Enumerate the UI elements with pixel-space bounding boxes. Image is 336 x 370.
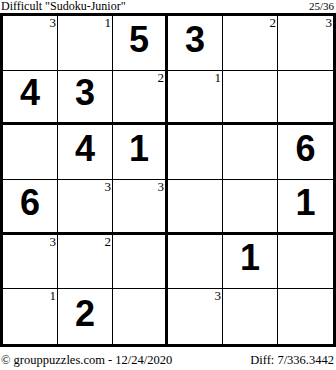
cell-r2c5[interactable] <box>223 71 278 126</box>
cell-r3c5[interactable] <box>223 125 278 180</box>
cell-r2c2[interactable]: 3 <box>58 71 113 126</box>
corner-mark: 3 <box>158 180 165 194</box>
corner-mark: 3 <box>50 16 57 30</box>
copyright-text: © grouppuzzles.com - 12/24/2020 <box>1 353 172 367</box>
cell-value: 3 <box>58 68 112 120</box>
cell-value: 4 <box>3 68 57 120</box>
cell-r5c4[interactable] <box>168 235 223 290</box>
puzzle-counter: 25/36 <box>309 0 334 13</box>
cell-r2c1[interactable]: 4 <box>3 71 58 126</box>
cell-r6c4[interactable]: 3 <box>168 289 223 344</box>
cell-value: 2 <box>58 286 112 341</box>
cell-r1c2[interactable]: 1 <box>58 16 113 71</box>
cell-value: 1 <box>278 177 333 229</box>
cell-r4c1[interactable]: 6 <box>3 180 58 235</box>
sudoku-grid: 31532343214166331321123 <box>0 13 336 347</box>
corner-mark: 3 <box>105 180 112 194</box>
cell-value: 1 <box>113 122 165 176</box>
cell-r6c3[interactable] <box>113 289 168 344</box>
cell-r3c6[interactable]: 6 <box>278 125 333 180</box>
cell-r1c6[interactable]: 3 <box>278 16 333 71</box>
page-title: Difficult "Sudoku-Junior" <box>1 0 126 13</box>
cell-r6c5[interactable] <box>223 289 278 344</box>
cell-r6c6[interactable] <box>278 289 333 344</box>
sudoku-junior-page: Difficult "Sudoku-Junior" 25/36 31532343… <box>0 0 336 370</box>
corner-mark: 2 <box>158 71 165 85</box>
footer: © grouppuzzles.com - 12/24/2020 Diff: 7/… <box>0 349 336 370</box>
cell-value: 5 <box>113 13 165 67</box>
cell-r5c2[interactable]: 2 <box>58 235 113 290</box>
cell-r1c4[interactable]: 3 <box>168 16 223 71</box>
cell-r4c6[interactable]: 1 <box>278 180 333 235</box>
cell-value: 6 <box>278 122 333 176</box>
cell-r5c3[interactable] <box>113 235 168 290</box>
cell-r3c4[interactable] <box>168 125 223 180</box>
corner-mark: 1 <box>215 71 222 85</box>
cell-r4c2[interactable]: 3 <box>58 180 113 235</box>
corner-mark: 3 <box>50 235 57 249</box>
corner-mark: 2 <box>105 235 112 249</box>
cell-r3c3[interactable]: 1 <box>113 125 168 180</box>
cell-r1c1[interactable]: 3 <box>3 16 58 71</box>
cell-r2c6[interactable] <box>278 71 333 126</box>
cell-r4c5[interactable] <box>223 180 278 235</box>
cell-r5c5[interactable]: 1 <box>223 235 278 290</box>
cell-r1c3[interactable]: 5 <box>113 16 168 71</box>
cell-r3c2[interactable]: 4 <box>58 125 113 180</box>
cell-r2c4[interactable]: 1 <box>168 71 223 126</box>
corner-mark: 1 <box>105 16 112 30</box>
corner-mark: 1 <box>50 289 57 303</box>
corner-mark: 3 <box>215 289 222 303</box>
cell-r1c5[interactable]: 2 <box>223 16 278 71</box>
cell-value: 3 <box>168 13 222 67</box>
cell-value: 1 <box>223 232 277 286</box>
cell-r2c3[interactable]: 2 <box>113 71 168 126</box>
cell-r5c1[interactable]: 3 <box>3 235 58 290</box>
cell-r6c1[interactable]: 1 <box>3 289 58 344</box>
cell-value: 6 <box>3 177 57 229</box>
cell-r5c6[interactable] <box>278 235 333 290</box>
cell-r3c1[interactable] <box>3 125 58 180</box>
header: Difficult "Sudoku-Junior" 25/36 <box>0 0 336 13</box>
corner-mark: 2 <box>270 16 277 30</box>
cell-r4c4[interactable] <box>168 180 223 235</box>
cell-value: 4 <box>58 122 112 176</box>
corner-mark: 3 <box>326 16 333 30</box>
difficulty-text: Diff: 7/336.3442 <box>250 353 334 367</box>
cell-r4c3[interactable]: 3 <box>113 180 168 235</box>
cell-r6c2[interactable]: 2 <box>58 289 113 344</box>
